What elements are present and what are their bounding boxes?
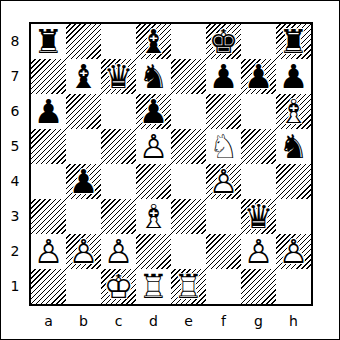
square-d8[interactable]: ♝: [136, 24, 171, 59]
file-labels: abcdefgh: [31, 310, 311, 332]
piece-black-queen: ♛: [101, 59, 136, 94]
square-d6[interactable]: ♟: [136, 94, 171, 129]
piece-black-pawn: ♟: [276, 59, 311, 94]
piece-black-pawn: ♟: [136, 94, 171, 129]
file-label-b: b: [66, 310, 101, 332]
square-h4[interactable]: [276, 164, 311, 199]
piece-white-bishop: ♝♗: [276, 94, 311, 129]
square-f8[interactable]: ♚: [206, 24, 241, 59]
white-piece-outline: ♙: [241, 234, 276, 269]
white-piece-outline: ♔: [101, 269, 136, 304]
piece-white-pawn: ♟♙: [241, 234, 276, 269]
piece-black-pawn: ♟: [241, 59, 276, 94]
piece-black-pawn: ♟: [206, 59, 241, 94]
rank-labels: 87654321: [3, 24, 27, 304]
square-e7[interactable]: [171, 59, 206, 94]
square-h7[interactable]: ♟: [276, 59, 311, 94]
square-c2[interactable]: ♟♙: [101, 234, 136, 269]
square-b3[interactable]: [66, 199, 101, 234]
square-c3[interactable]: [101, 199, 136, 234]
rank-label-6: 6: [3, 94, 27, 129]
square-b7[interactable]: ♝: [66, 59, 101, 94]
white-piece-outline: ♙: [66, 234, 101, 269]
square-e8[interactable]: [171, 24, 206, 59]
square-f4[interactable]: ♟♙: [206, 164, 241, 199]
rank-label-2: 2: [3, 234, 27, 269]
square-c5[interactable]: [101, 129, 136, 164]
square-d7[interactable]: ♞: [136, 59, 171, 94]
square-e3[interactable]: [171, 199, 206, 234]
piece-black-pawn: ♟: [66, 164, 101, 199]
square-g4[interactable]: [241, 164, 276, 199]
black-piece-glyph: ♛: [101, 59, 136, 94]
black-piece-glyph: ♟: [276, 59, 311, 94]
square-g1[interactable]: [241, 269, 276, 304]
file-label-c: c: [101, 310, 136, 332]
white-piece-outline: ♙: [276, 234, 311, 269]
rank-label-8: 8: [3, 24, 27, 59]
chess-board: ♜♝♚♜♝♛♞♟♟♟♟♟♝♗♟♙♞♘♞♟♟♙♝♗♛♟♙♟♙♟♙♟♙♟♙♚♔♜♖♜…: [29, 22, 313, 306]
square-g8[interactable]: [241, 24, 276, 59]
square-c1[interactable]: ♚♔: [101, 269, 136, 304]
square-e1[interactable]: ♜♖: [171, 269, 206, 304]
square-a6[interactable]: ♟: [31, 94, 66, 129]
square-b6[interactable]: [66, 94, 101, 129]
piece-white-rook: ♜♖: [171, 269, 206, 304]
square-d5[interactable]: ♟♙: [136, 129, 171, 164]
black-piece-glyph: ♟: [66, 164, 101, 199]
black-piece-glyph: ♞: [136, 59, 171, 94]
rank-label-5: 5: [3, 129, 27, 164]
square-h6[interactable]: ♝♗: [276, 94, 311, 129]
piece-black-king: ♚: [206, 24, 241, 59]
square-b4[interactable]: ♟: [66, 164, 101, 199]
square-c6[interactable]: [101, 94, 136, 129]
file-label-d: d: [136, 310, 171, 332]
square-g7[interactable]: ♟: [241, 59, 276, 94]
piece-white-knight: ♞♘: [206, 129, 241, 164]
black-piece-glyph: ♝: [136, 24, 171, 59]
square-a8[interactable]: ♜: [31, 24, 66, 59]
white-piece-outline: ♙: [206, 164, 241, 199]
square-c7[interactable]: ♛: [101, 59, 136, 94]
square-f1[interactable]: [206, 269, 241, 304]
square-c8[interactable]: [101, 24, 136, 59]
black-piece-glyph: ♜: [31, 24, 66, 59]
piece-black-rook: ♜: [31, 24, 66, 59]
square-a3[interactable]: [31, 199, 66, 234]
file-label-e: e: [171, 310, 206, 332]
square-d4[interactable]: [136, 164, 171, 199]
rank-label-1: 1: [3, 269, 27, 304]
square-b5[interactable]: [66, 129, 101, 164]
square-b1[interactable]: [66, 269, 101, 304]
black-piece-glyph: ♟: [241, 59, 276, 94]
chess-diagram: 87654321 ♜♝♚♜♝♛♞♟♟♟♟♟♝♗♟♙♞♘♞♟♟♙♝♗♛♟♙♟♙♟♙…: [0, 0, 340, 340]
square-d1[interactable]: ♜♖: [136, 269, 171, 304]
square-b8[interactable]: [66, 24, 101, 59]
piece-white-king: ♚♔: [101, 269, 136, 304]
square-g3[interactable]: ♛: [241, 199, 276, 234]
square-g2[interactable]: ♟♙: [241, 234, 276, 269]
piece-black-pawn: ♟: [31, 94, 66, 129]
black-piece-glyph: ♟: [206, 59, 241, 94]
square-h5[interactable]: ♞: [276, 129, 311, 164]
piece-white-pawn: ♟♙: [31, 234, 66, 269]
file-label-f: f: [206, 310, 241, 332]
square-a1[interactable]: [31, 269, 66, 304]
square-d3[interactable]: ♝♗: [136, 199, 171, 234]
piece-black-knight: ♞: [276, 129, 311, 164]
piece-white-pawn: ♟♙: [206, 164, 241, 199]
square-a2[interactable]: ♟♙: [31, 234, 66, 269]
square-f2[interactable]: [206, 234, 241, 269]
white-piece-outline: ♖: [136, 269, 171, 304]
piece-black-knight: ♞: [136, 59, 171, 94]
file-label-h: h: [276, 310, 311, 332]
black-piece-glyph: ♜: [276, 24, 311, 59]
square-f5[interactable]: ♞♘: [206, 129, 241, 164]
square-f7[interactable]: ♟: [206, 59, 241, 94]
black-piece-glyph: ♝: [66, 59, 101, 94]
square-f6[interactable]: [206, 94, 241, 129]
piece-white-pawn: ♟♙: [136, 129, 171, 164]
square-f3[interactable]: [206, 199, 241, 234]
white-piece-outline: ♘: [206, 129, 241, 164]
piece-black-queen: ♛: [241, 199, 276, 234]
piece-white-rook: ♜♖: [136, 269, 171, 304]
square-h1[interactable]: [276, 269, 311, 304]
rank-label-3: 3: [3, 199, 27, 234]
square-e5[interactable]: [171, 129, 206, 164]
white-piece-outline: ♗: [276, 94, 311, 129]
black-piece-glyph: ♟: [31, 94, 66, 129]
square-e4[interactable]: [171, 164, 206, 199]
piece-black-bishop: ♝: [136, 24, 171, 59]
black-piece-glyph: ♟: [136, 94, 171, 129]
white-piece-outline: ♗: [136, 199, 171, 234]
square-h3[interactable]: [276, 199, 311, 234]
black-piece-glyph: ♞: [276, 129, 311, 164]
black-piece-glyph: ♛: [241, 199, 276, 234]
square-a7[interactable]: [31, 59, 66, 94]
file-label-a: a: [31, 310, 66, 332]
rank-label-4: 4: [3, 164, 27, 199]
square-c4[interactable]: [101, 164, 136, 199]
square-h8[interactable]: ♜: [276, 24, 311, 59]
piece-black-rook: ♜: [276, 24, 311, 59]
square-a5[interactable]: [31, 129, 66, 164]
white-piece-outline: ♙: [31, 234, 66, 269]
rank-label-7: 7: [3, 59, 27, 94]
file-label-g: g: [241, 310, 276, 332]
white-piece-outline: ♙: [136, 129, 171, 164]
square-b2[interactable]: ♟♙: [66, 234, 101, 269]
piece-white-pawn: ♟♙: [276, 234, 311, 269]
white-piece-outline: ♙: [101, 234, 136, 269]
piece-black-bishop: ♝: [66, 59, 101, 94]
square-e2[interactable]: [171, 234, 206, 269]
piece-white-pawn: ♟♙: [66, 234, 101, 269]
black-piece-glyph: ♚: [206, 24, 241, 59]
piece-white-pawn: ♟♙: [101, 234, 136, 269]
piece-white-bishop: ♝♗: [136, 199, 171, 234]
square-g6[interactable]: [241, 94, 276, 129]
white-piece-outline: ♖: [171, 269, 206, 304]
square-e6[interactable]: [171, 94, 206, 129]
square-d2[interactable]: [136, 234, 171, 269]
square-h2[interactable]: ♟♙: [276, 234, 311, 269]
square-g5[interactable]: [241, 129, 276, 164]
square-a4[interactable]: [31, 164, 66, 199]
